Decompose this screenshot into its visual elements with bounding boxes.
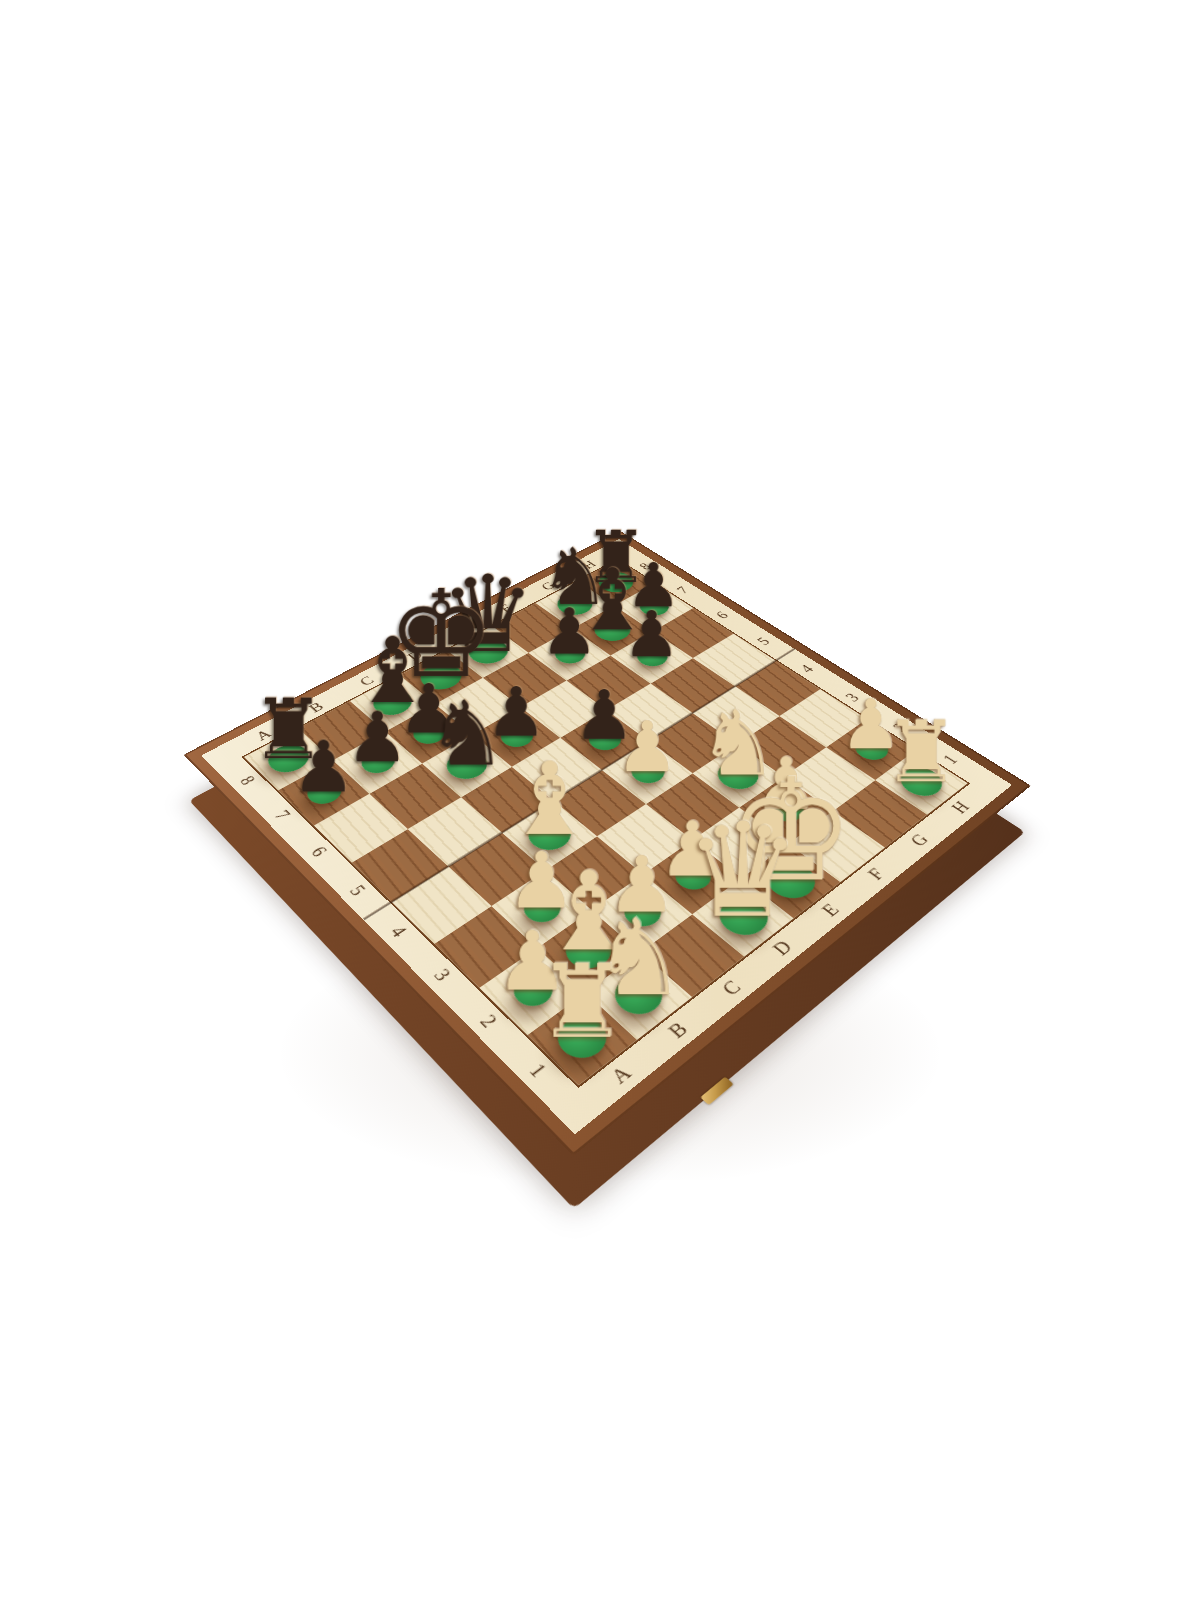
playing-area: ♜♞♟♝♛♟♟♚♝♟♟♟♟♜♟♞♟♞♜♟♟♝♟♚♟♟♛♝♟♞♜ [244, 560, 967, 1085]
brass-clasp-icon [701, 1076, 734, 1104]
board-border: ♜♞♟♝♛♟♟♚♝♟♟♟♟♜♟♞♟♞♜♟♟♝♟♚♟♟♛♝♟♞♜ AABBCCDD… [201, 539, 1012, 1134]
chess-board: ♜♞♟♝♛♟♟♚♝♟♟♟♟♜♟♞♟♞♜♟♟♝♟♚♟♟♛♝♟♞♜ AABBCCDD… [183, 531, 1031, 1156]
product-photo: ♜♞♟♝♛♟♟♚♝♟♟♟♟♜♟♞♟♞♜♟♟♝♟♚♟♟♛♝♟♞♜ AABBCCDD… [0, 0, 1200, 1600]
scene: ♜♞♟♝♛♟♟♚♝♟♟♟♟♜♟♞♟♞♜♟♟♝♟♚♟♟♛♝♟♞♜ AABBCCDD… [0, 0, 1200, 1600]
board-top-surface: ♜♞♟♝♛♟♟♚♝♟♟♟♟♜♟♞♟♞♜♟♟♝♟♚♟♟♛♝♟♞♜ AABBCCDD… [183, 531, 1031, 1156]
